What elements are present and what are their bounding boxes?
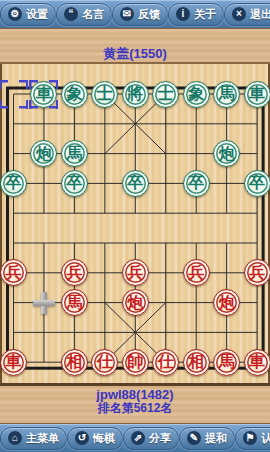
black-soldier[interactable]: 卒: [183, 170, 210, 197]
black-horse[interactable]: 馬: [61, 140, 88, 167]
red-cannon[interactable]: 炮: [122, 289, 149, 316]
exit-button[interactable]: ×退出: [224, 3, 270, 26]
black-soldier[interactable]: 卒: [244, 170, 270, 197]
button-label: 悔棋: [93, 431, 115, 446]
pencil-icon: ✎: [187, 431, 201, 445]
button-label: 分享: [149, 431, 171, 446]
offer-draw-button[interactable]: ✎提和: [179, 427, 235, 450]
red-general[interactable]: 帥: [122, 349, 149, 376]
red-advisor[interactable]: 仕: [152, 349, 179, 376]
black-elephant[interactable]: 象: [61, 81, 88, 108]
top-toolbar: ⚙设置“名言✉反馈i关于×退出: [0, 0, 270, 28]
feedback-button[interactable]: ✉反馈: [112, 3, 168, 26]
black-soldier[interactable]: 卒: [61, 170, 88, 197]
gear-icon: ⚙: [8, 7, 22, 21]
red-horse[interactable]: 馬: [61, 289, 88, 316]
quotes-button[interactable]: “名言: [56, 3, 112, 26]
undo-move-button[interactable]: ↺悔棋: [67, 427, 123, 450]
xiangqi-app-screen: ⚙设置“名言✉反馈i关于×退出 黄盖(1550) 車象士將士象馬車炮馬炮卒卒卒卒…: [0, 0, 270, 452]
black-soldier[interactable]: 卒: [0, 170, 27, 197]
red-soldier[interactable]: 兵: [244, 259, 270, 286]
flag-icon: ⚑: [243, 431, 257, 445]
black-advisor[interactable]: 士: [91, 81, 118, 108]
bottom-toolbar: ⌂主菜单↺悔棋⇗分享✎提和⚑认输: [0, 424, 270, 452]
button-label: 提和: [205, 431, 227, 446]
black-general[interactable]: 將: [122, 81, 149, 108]
black-chariot[interactable]: 車: [30, 81, 57, 108]
button-label: 主菜单: [26, 431, 59, 446]
red-soldier[interactable]: 兵: [183, 259, 210, 286]
black-soldier[interactable]: 卒: [122, 170, 149, 197]
button-label: 反馈: [138, 7, 160, 22]
close-icon: ×: [232, 7, 246, 21]
button-label: 认输: [261, 431, 270, 446]
mail-icon: ✉: [120, 7, 134, 21]
home-icon: ⌂: [8, 431, 22, 445]
black-horse[interactable]: 馬: [213, 81, 240, 108]
opponent-name-rating: 黄盖(1550): [0, 45, 270, 63]
undo-icon: ↺: [75, 431, 89, 445]
black-chariot[interactable]: 車: [244, 81, 270, 108]
board-grid: [0, 64, 270, 388]
quote-icon: “: [64, 7, 78, 21]
red-elephant[interactable]: 相: [183, 349, 210, 376]
info-icon: i: [176, 7, 190, 21]
red-elephant[interactable]: 相: [61, 349, 88, 376]
resign-button[interactable]: ⚑认输: [235, 427, 270, 450]
red-soldier[interactable]: 兵: [122, 259, 149, 286]
button-label: 设置: [26, 7, 48, 22]
about-button[interactable]: i关于: [168, 3, 224, 26]
player-rank: 排名第5612名: [0, 400, 270, 417]
share-button[interactable]: ⇗分享: [123, 427, 179, 450]
red-chariot[interactable]: 車: [0, 349, 27, 376]
button-label: 名言: [82, 7, 104, 22]
settings-button[interactable]: ⚙设置: [0, 3, 56, 26]
share-icon: ⇗: [131, 431, 145, 445]
button-label: 关于: [194, 7, 216, 22]
main-menu-button[interactable]: ⌂主菜单: [0, 427, 67, 450]
button-label: 退出: [250, 7, 270, 22]
black-elephant[interactable]: 象: [183, 81, 210, 108]
red-chariot[interactable]: 車: [244, 349, 270, 376]
red-horse[interactable]: 馬: [213, 349, 240, 376]
red-soldier[interactable]: 兵: [61, 259, 88, 286]
xiangqi-board[interactable]: 車象士將士象馬車炮馬炮卒卒卒卒卒兵兵兵兵兵馬炮炮車相仕帥仕相馬車: [0, 62, 270, 386]
black-advisor[interactable]: 士: [152, 81, 179, 108]
red-advisor[interactable]: 仕: [91, 349, 118, 376]
